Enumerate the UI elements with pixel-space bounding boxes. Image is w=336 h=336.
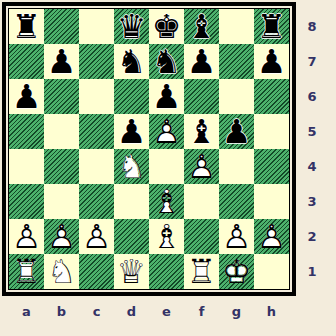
square-d3[interactable] bbox=[114, 184, 149, 219]
piece-fill-wB-e3: ♝ bbox=[149, 184, 184, 219]
square-a6[interactable]: ♟ bbox=[9, 79, 44, 114]
piece-wP-g2: ♙ bbox=[219, 219, 254, 254]
square-g4[interactable] bbox=[219, 149, 254, 184]
piece-wB-e2: ♗ bbox=[149, 219, 184, 254]
square-e7[interactable]: ♞ bbox=[149, 44, 184, 79]
square-g7[interactable] bbox=[219, 44, 254, 79]
square-h8[interactable]: ♜ bbox=[254, 9, 289, 44]
piece-bN-e7: ♞ bbox=[149, 44, 184, 79]
square-f8[interactable]: ♝ bbox=[184, 9, 219, 44]
square-c1[interactable] bbox=[79, 254, 114, 289]
square-b5[interactable] bbox=[44, 114, 79, 149]
square-d5[interactable]: ♟ bbox=[114, 114, 149, 149]
rank-label-3: 3 bbox=[296, 184, 328, 219]
piece-bP-d5: ♟ bbox=[114, 114, 149, 149]
piece-fill-wN-b1: ♞ bbox=[44, 254, 79, 289]
piece-fill-wP-f4: ♟ bbox=[184, 149, 219, 184]
piece-wK-g1: ♔ bbox=[219, 254, 254, 289]
square-b6[interactable] bbox=[44, 79, 79, 114]
square-f7[interactable]: ♟ bbox=[184, 44, 219, 79]
square-e1[interactable] bbox=[149, 254, 184, 289]
square-g5[interactable]: ♟ bbox=[219, 114, 254, 149]
square-e2[interactable]: ♝♗ bbox=[149, 219, 184, 254]
chess-diagram: ♜♛♚♝♜♟♞♞♟♟♟♟♟♟♙♝♟♞♘♟♙♝♗♟♙♟♙♟♙♝♗♟♙♟♙♜♖♞♘♛… bbox=[0, 0, 336, 336]
square-c7[interactable] bbox=[79, 44, 114, 79]
square-b3[interactable] bbox=[44, 184, 79, 219]
square-b4[interactable] bbox=[44, 149, 79, 184]
square-d6[interactable] bbox=[114, 79, 149, 114]
square-c5[interactable] bbox=[79, 114, 114, 149]
square-d2[interactable] bbox=[114, 219, 149, 254]
square-f4[interactable]: ♟♙ bbox=[184, 149, 219, 184]
piece-wP-c2: ♙ bbox=[79, 219, 114, 254]
square-a8[interactable]: ♜ bbox=[9, 9, 44, 44]
square-g6[interactable] bbox=[219, 79, 254, 114]
piece-bR-a8: ♜ bbox=[9, 9, 44, 44]
file-label-b: b bbox=[44, 297, 79, 327]
piece-wP-b2: ♙ bbox=[44, 219, 79, 254]
piece-fill-wR-f1: ♜ bbox=[184, 254, 219, 289]
piece-wP-a2: ♙ bbox=[9, 219, 44, 254]
square-e6[interactable]: ♟ bbox=[149, 79, 184, 114]
piece-fill-wP-b2: ♟ bbox=[44, 219, 79, 254]
piece-fill-wQ-d1: ♛ bbox=[114, 254, 149, 289]
piece-bK-e8: ♚ bbox=[149, 9, 184, 44]
square-a4[interactable] bbox=[9, 149, 44, 184]
piece-fill-wP-c2: ♟ bbox=[79, 219, 114, 254]
square-h4[interactable] bbox=[254, 149, 289, 184]
square-f3[interactable] bbox=[184, 184, 219, 219]
square-f6[interactable] bbox=[184, 79, 219, 114]
file-label-c: c bbox=[79, 297, 114, 327]
piece-fill-wB-e2: ♝ bbox=[149, 219, 184, 254]
piece-bP-f7: ♟ bbox=[184, 44, 219, 79]
square-c8[interactable] bbox=[79, 9, 114, 44]
piece-fill-wR-a1: ♜ bbox=[9, 254, 44, 289]
file-label-g: g bbox=[219, 297, 254, 327]
rank-label-7: 7 bbox=[296, 44, 328, 79]
square-a2[interactable]: ♟♙ bbox=[9, 219, 44, 254]
piece-fill-wN-d4: ♞ bbox=[114, 149, 149, 184]
square-d8[interactable]: ♛ bbox=[114, 9, 149, 44]
piece-wR-f1: ♖ bbox=[184, 254, 219, 289]
piece-wP-h2: ♙ bbox=[254, 219, 289, 254]
rank-label-8: 8 bbox=[296, 9, 328, 44]
piece-bP-a6: ♟ bbox=[9, 79, 44, 114]
file-label-a: a bbox=[9, 297, 44, 327]
piece-bB-f8: ♝ bbox=[184, 9, 219, 44]
piece-bB-f5: ♝ bbox=[184, 114, 219, 149]
piece-wB-e3: ♗ bbox=[149, 184, 184, 219]
rank-label-6: 6 bbox=[296, 79, 328, 114]
piece-wP-e5: ♙ bbox=[149, 114, 184, 149]
square-d4[interactable]: ♞♘ bbox=[114, 149, 149, 184]
piece-fill-wP-e5: ♟ bbox=[149, 114, 184, 149]
piece-wQ-d1: ♕ bbox=[114, 254, 149, 289]
square-g8[interactable] bbox=[219, 9, 254, 44]
file-label-d: d bbox=[114, 297, 149, 327]
rank-labels: 87654321 bbox=[296, 9, 328, 289]
piece-bP-h7: ♟ bbox=[254, 44, 289, 79]
piece-bP-g5: ♟ bbox=[219, 114, 254, 149]
piece-fill-wP-g2: ♟ bbox=[219, 219, 254, 254]
square-c2[interactable]: ♟♙ bbox=[79, 219, 114, 254]
square-c4[interactable] bbox=[79, 149, 114, 184]
piece-fill-wK-g1: ♚ bbox=[219, 254, 254, 289]
square-f5[interactable]: ♝ bbox=[184, 114, 219, 149]
piece-wP-f4: ♙ bbox=[184, 149, 219, 184]
rank-label-1: 1 bbox=[296, 254, 328, 289]
square-c6[interactable] bbox=[79, 79, 114, 114]
square-b1[interactable]: ♞♘ bbox=[44, 254, 79, 289]
square-h7[interactable]: ♟ bbox=[254, 44, 289, 79]
square-c3[interactable] bbox=[79, 184, 114, 219]
file-label-e: e bbox=[149, 297, 184, 327]
square-g3[interactable] bbox=[219, 184, 254, 219]
piece-bQ-d8: ♛ bbox=[114, 9, 149, 44]
square-f2[interactable] bbox=[184, 219, 219, 254]
square-h3[interactable] bbox=[254, 184, 289, 219]
square-h5[interactable] bbox=[254, 114, 289, 149]
file-label-h: h bbox=[254, 297, 289, 327]
square-e4[interactable] bbox=[149, 149, 184, 184]
chess-board-inner-border: ♜♛♚♝♜♟♞♞♟♟♟♟♟♟♙♝♟♞♘♟♙♝♗♟♙♟♙♟♙♝♗♟♙♟♙♜♖♞♘♛… bbox=[8, 8, 290, 290]
square-b2[interactable]: ♟♙ bbox=[44, 219, 79, 254]
chess-board[interactable]: ♜♛♚♝♜♟♞♞♟♟♟♟♟♟♙♝♟♞♘♟♙♝♗♟♙♟♙♟♙♝♗♟♙♟♙♜♖♞♘♛… bbox=[9, 9, 289, 289]
square-h6[interactable] bbox=[254, 79, 289, 114]
piece-bN-d7: ♞ bbox=[114, 44, 149, 79]
square-f1[interactable]: ♜♖ bbox=[184, 254, 219, 289]
square-e8[interactable]: ♚ bbox=[149, 9, 184, 44]
piece-bP-b7: ♟ bbox=[44, 44, 79, 79]
square-d7[interactable]: ♞ bbox=[114, 44, 149, 79]
file-labels: abcdefgh bbox=[9, 297, 289, 327]
square-h1[interactable] bbox=[254, 254, 289, 289]
square-a3[interactable] bbox=[9, 184, 44, 219]
square-g1[interactable]: ♚♔ bbox=[219, 254, 254, 289]
square-h2[interactable]: ♟♙ bbox=[254, 219, 289, 254]
rank-label-2: 2 bbox=[296, 219, 328, 254]
square-a5[interactable] bbox=[9, 114, 44, 149]
square-a7[interactable] bbox=[9, 44, 44, 79]
file-label-f: f bbox=[184, 297, 219, 327]
square-e3[interactable]: ♝♗ bbox=[149, 184, 184, 219]
square-e5[interactable]: ♟♙ bbox=[149, 114, 184, 149]
square-b7[interactable]: ♟ bbox=[44, 44, 79, 79]
rank-label-5: 5 bbox=[296, 114, 328, 149]
piece-wR-a1: ♖ bbox=[9, 254, 44, 289]
piece-fill-wP-h2: ♟ bbox=[254, 219, 289, 254]
piece-bR-h8: ♜ bbox=[254, 9, 289, 44]
square-b8[interactable] bbox=[44, 9, 79, 44]
chess-board-frame: ♜♛♚♝♜♟♞♞♟♟♟♟♟♟♙♝♟♞♘♟♙♝♗♟♙♟♙♟♙♝♗♟♙♟♙♜♖♞♘♛… bbox=[2, 2, 296, 296]
square-a1[interactable]: ♜♖ bbox=[9, 254, 44, 289]
piece-wN-b1: ♘ bbox=[44, 254, 79, 289]
piece-bP-e6: ♟ bbox=[149, 79, 184, 114]
piece-fill-wP-a2: ♟ bbox=[9, 219, 44, 254]
rank-label-4: 4 bbox=[296, 149, 328, 184]
square-g2[interactable]: ♟♙ bbox=[219, 219, 254, 254]
square-d1[interactable]: ♛♕ bbox=[114, 254, 149, 289]
piece-wN-d4: ♘ bbox=[114, 149, 149, 184]
